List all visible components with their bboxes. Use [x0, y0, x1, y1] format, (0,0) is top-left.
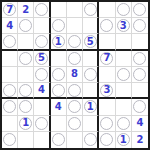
odd-cell-circle [133, 68, 146, 81]
cell-r1c6[interactable] [83, 2, 99, 18]
cell-r7c5[interactable] [67, 99, 83, 115]
odd-cell-circle [84, 3, 97, 16]
odd-cell-circle [100, 133, 113, 146]
cell-r5c5[interactable]: 8 [67, 67, 83, 83]
cell-r4c5[interactable] [67, 51, 83, 67]
cell-r3c4[interactable]: 1 [51, 34, 67, 50]
cell-r6c2[interactable] [18, 83, 34, 99]
odd-cell-circle [68, 117, 81, 130]
given-digit: 3 [120, 21, 127, 31]
odd-cell-circle: 1 [84, 100, 97, 113]
odd-cell-circle [117, 3, 130, 16]
cell-r7c1[interactable] [2, 99, 18, 115]
given-digit: 2 [136, 135, 143, 145]
cell-r1c4[interactable] [51, 2, 67, 18]
cell-r7c4[interactable]: 4 [51, 99, 67, 115]
odd-cell-circle [117, 68, 130, 81]
cell-r5c9[interactable] [132, 67, 148, 83]
odd-cell-circle: 3 [100, 84, 113, 97]
odd-cell-circle [52, 19, 65, 32]
cell-r5c3[interactable] [34, 67, 50, 83]
odd-cell-circle [52, 133, 65, 146]
cell-r3c9[interactable] [132, 34, 148, 50]
cell-r2c4[interactable] [51, 18, 67, 34]
odd-cell-circle [35, 35, 48, 48]
given-digit: 1 [55, 37, 62, 47]
cell-r3c6[interactable]: 5 [83, 34, 99, 50]
cell-r3c1[interactable] [2, 34, 18, 50]
cell-r8c3[interactable] [34, 116, 50, 132]
odd-cell-circle: 5 [84, 35, 97, 48]
cell-r8c5[interactable] [67, 116, 83, 132]
cell-r7c2[interactable] [18, 99, 34, 115]
cell-r3c7[interactable] [99, 34, 115, 50]
cell-r6c7[interactable]: 3 [99, 83, 115, 99]
odd-cell-circle [133, 52, 146, 65]
odd-cell-circle [68, 52, 81, 65]
cell-r3c5[interactable] [67, 34, 83, 50]
odd-cell-circle [100, 19, 113, 32]
odd-cell-circle [133, 3, 146, 16]
cell-r2c8[interactable]: 3 [116, 18, 132, 34]
cell-r7c8[interactable] [116, 99, 132, 115]
cell-r8c9[interactable]: 4 [132, 116, 148, 132]
cell-r5c6[interactable] [83, 67, 99, 83]
odd-cell-circle [35, 68, 48, 81]
cell-r4c9[interactable] [132, 51, 148, 67]
cell-r8c7[interactable] [99, 116, 115, 132]
odd-cell-circle [3, 35, 16, 48]
given-digit: 5 [38, 53, 45, 63]
cell-r4c6[interactable] [83, 51, 99, 67]
given-digit: 1 [87, 102, 94, 112]
cell-r9c8[interactable]: 1 [116, 132, 132, 148]
cell-r7c6[interactable]: 1 [83, 99, 99, 115]
odd-cell-circle [84, 68, 97, 81]
cell-r4c7[interactable]: 7 [99, 51, 115, 67]
odd-cell-circle [19, 19, 32, 32]
odd-cell-circle [133, 100, 146, 113]
given-digit: 4 [136, 118, 143, 128]
cell-r9c6[interactable] [83, 132, 99, 148]
odd-cell-circle [133, 19, 146, 32]
cell-r3c3[interactable] [34, 34, 50, 50]
cell-r6c3[interactable]: 4 [34, 83, 50, 99]
cell-r5c7[interactable] [99, 67, 115, 83]
cell-r5c8[interactable] [116, 67, 132, 83]
odd-cell-circle [3, 133, 16, 146]
given-digit: 1 [22, 118, 29, 128]
cell-r9c5[interactable] [67, 132, 83, 148]
cell-r9c1[interactable] [2, 132, 18, 148]
cell-r9c3[interactable] [34, 132, 50, 148]
cell-r6c1[interactable] [2, 83, 18, 99]
odd-cell-circle: 5 [35, 52, 48, 65]
cell-r3c8[interactable] [116, 34, 132, 50]
given-digit: 1 [120, 135, 127, 145]
cell-r8c2[interactable]: 1 [18, 116, 34, 132]
cell-r6c4[interactable] [51, 83, 67, 99]
cell-r8c1[interactable] [2, 116, 18, 132]
cell-r9c9[interactable]: 2 [132, 132, 148, 148]
odd-cell-circle: 7 [100, 52, 113, 65]
given-digit: 8 [71, 69, 78, 79]
cell-r4c1[interactable] [2, 51, 18, 67]
cell-r1c5[interactable] [67, 2, 83, 18]
cell-r7c9[interactable] [132, 99, 148, 115]
cell-r8c6[interactable] [83, 116, 99, 132]
cell-r1c3[interactable] [34, 2, 50, 18]
odd-cell-circle [3, 100, 16, 113]
cell-r2c7[interactable] [99, 18, 115, 34]
odd-cell-circle [117, 117, 130, 130]
sudoku-board: 72431557843411412 [0, 0, 150, 150]
cell-r1c2[interactable]: 2 [18, 2, 34, 18]
given-digit: 5 [87, 37, 94, 47]
odd-cell-circle [35, 3, 48, 16]
odd-cell-circle [68, 84, 81, 97]
cell-r9c7[interactable] [99, 132, 115, 148]
cell-r7c3[interactable] [34, 99, 50, 115]
cell-r1c7[interactable] [99, 2, 115, 18]
odd-cell-circle: 1 [52, 35, 65, 48]
cell-r8c4[interactable] [51, 116, 67, 132]
odd-cell-circle [19, 100, 32, 113]
cell-r9c4[interactable] [51, 132, 67, 148]
odd-cell-circle [68, 35, 81, 48]
odd-cell-circle: 1 [19, 117, 32, 130]
sudoku-grid: 72431557843411412 [2, 2, 148, 148]
odd-cell-circle [68, 100, 81, 113]
odd-cell-circle [3, 84, 16, 97]
cell-r4c4[interactable] [51, 51, 67, 67]
odd-cell-circle [84, 133, 97, 146]
odd-cell-circle [19, 52, 32, 65]
cell-r2c9[interactable] [132, 18, 148, 34]
cell-r2c6[interactable] [83, 18, 99, 34]
given-digit: 4 [6, 21, 13, 31]
odd-cell-circle: 7 [3, 3, 16, 16]
cell-r7c7[interactable] [99, 99, 115, 115]
cell-r5c1[interactable] [2, 67, 18, 83]
cell-r2c5[interactable] [67, 18, 83, 34]
given-digit: 3 [103, 85, 110, 95]
cell-r6c5[interactable] [67, 83, 83, 99]
odd-cell-circle [35, 117, 48, 130]
cell-r4c2[interactable] [18, 51, 34, 67]
cell-r9c2[interactable] [18, 132, 34, 148]
cell-r5c4[interactable] [51, 67, 67, 83]
given-digit: 7 [6, 5, 13, 15]
cell-r6c8[interactable] [116, 83, 132, 99]
odd-cell-circle: 3 [117, 19, 130, 32]
given-digit: 2 [22, 5, 29, 15]
cell-r1c8[interactable] [116, 2, 132, 18]
given-digit: 4 [55, 102, 62, 112]
cell-r1c1[interactable]: 7 [2, 2, 18, 18]
odd-cell-circle [52, 84, 65, 97]
cell-r5c2[interactable] [18, 67, 34, 83]
cell-r2c3[interactable] [34, 18, 50, 34]
cell-r2c2[interactable] [18, 18, 34, 34]
odd-cell-circle [52, 68, 65, 81]
cell-r2c1[interactable]: 4 [2, 18, 18, 34]
cell-r1c9[interactable] [132, 2, 148, 18]
given-digit: 4 [38, 85, 45, 95]
given-digit: 7 [103, 53, 110, 63]
cell-r6c9[interactable] [132, 83, 148, 99]
cell-r4c8[interactable] [116, 51, 132, 67]
cell-r6c6[interactable] [83, 83, 99, 99]
odd-cell-circle [19, 84, 32, 97]
odd-cell-circle: 1 [117, 133, 130, 146]
cell-r8c8[interactable] [116, 116, 132, 132]
odd-cell-circle [100, 117, 113, 130]
cell-r3c2[interactable] [18, 34, 34, 50]
cell-r4c3[interactable]: 5 [34, 51, 50, 67]
